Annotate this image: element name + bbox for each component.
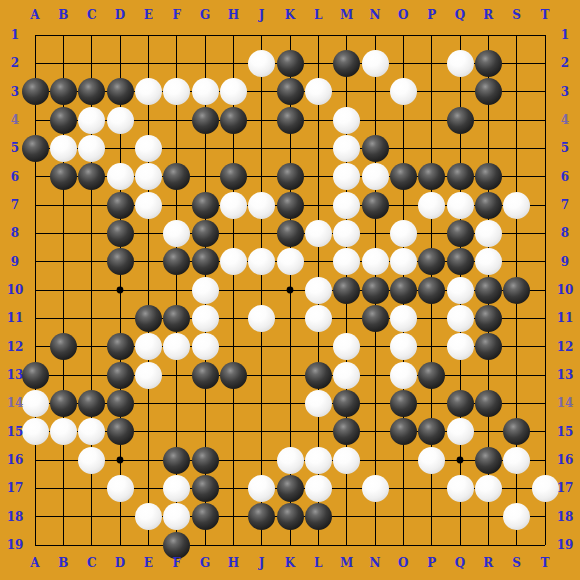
stone-black	[333, 277, 360, 304]
column-label-top: Q	[447, 8, 473, 22]
row-label-left: 13	[2, 368, 28, 382]
column-label-bottom: B	[50, 556, 76, 570]
stone-white	[305, 277, 332, 304]
column-label-bottom: J	[249, 556, 275, 570]
stone-black	[362, 277, 389, 304]
row-label-left: 1	[2, 28, 28, 42]
stone-white	[305, 390, 332, 417]
stone-black	[362, 305, 389, 332]
stone-black	[50, 78, 77, 105]
stone-white	[333, 135, 360, 162]
stone-black	[192, 475, 219, 502]
stone-white	[192, 78, 219, 105]
stone-white	[135, 78, 162, 105]
column-label-bottom: R	[475, 556, 501, 570]
stone-white	[333, 107, 360, 134]
column-label-top: H	[220, 8, 246, 22]
stone-white	[475, 248, 502, 275]
stone-black	[475, 50, 502, 77]
column-label-bottom: P	[419, 556, 445, 570]
stone-white	[447, 475, 474, 502]
stone-black	[390, 390, 417, 417]
column-label-bottom: K	[277, 556, 303, 570]
column-label-top: R	[475, 8, 501, 22]
stone-black	[475, 390, 502, 417]
column-label-bottom: E	[135, 556, 161, 570]
stone-white	[135, 333, 162, 360]
row-label-right: 7	[552, 198, 578, 212]
row-label-right: 3	[552, 85, 578, 99]
stone-white	[390, 78, 417, 105]
stone-white	[333, 192, 360, 219]
stone-white	[333, 220, 360, 247]
row-label-left: 5	[2, 141, 28, 155]
column-label-top: C	[79, 8, 105, 22]
stone-black	[192, 503, 219, 530]
stone-white	[447, 305, 474, 332]
column-label-bottom: Q	[447, 556, 473, 570]
stone-black	[333, 50, 360, 77]
stone-white	[447, 50, 474, 77]
stone-white	[107, 163, 134, 190]
stone-black	[305, 362, 332, 389]
row-label-right: 14	[552, 396, 578, 410]
star-point	[117, 457, 124, 464]
stone-black	[107, 390, 134, 417]
row-label-right: 15	[552, 425, 578, 439]
stone-white	[362, 163, 389, 190]
stone-white	[305, 220, 332, 247]
stone-white	[475, 220, 502, 247]
column-label-bottom: H	[220, 556, 246, 570]
row-label-left: 4	[2, 113, 28, 127]
stone-white	[475, 475, 502, 502]
row-label-right: 10	[552, 283, 578, 297]
column-label-top: M	[334, 8, 360, 22]
stone-white	[503, 192, 530, 219]
stone-black	[220, 107, 247, 134]
stone-white	[163, 220, 190, 247]
stone-black	[447, 107, 474, 134]
stone-black	[277, 50, 304, 77]
stone-white	[78, 135, 105, 162]
stone-black	[305, 503, 332, 530]
stone-white	[362, 475, 389, 502]
stone-white	[305, 305, 332, 332]
column-label-top: E	[135, 8, 161, 22]
stone-white	[50, 418, 77, 445]
column-label-top: J	[249, 8, 275, 22]
column-label-top: T	[532, 8, 558, 22]
row-label-right: 11	[552, 311, 578, 325]
stone-black	[192, 447, 219, 474]
column-label-top: F	[164, 8, 190, 22]
stone-black	[277, 107, 304, 134]
row-label-left: 9	[2, 255, 28, 269]
stone-black	[192, 107, 219, 134]
stone-white	[192, 333, 219, 360]
stone-white	[333, 362, 360, 389]
stone-black	[475, 277, 502, 304]
column-label-bottom: L	[305, 556, 331, 570]
stone-black	[475, 447, 502, 474]
row-label-left: 19	[2, 538, 28, 552]
stone-black	[503, 277, 530, 304]
stone-white	[220, 78, 247, 105]
column-label-bottom: A	[22, 556, 48, 570]
stone-black	[475, 305, 502, 332]
stone-black	[50, 333, 77, 360]
row-label-right: 17	[552, 481, 578, 495]
stone-white	[248, 475, 275, 502]
row-label-right: 6	[552, 170, 578, 184]
stone-black	[107, 220, 134, 247]
stone-white	[248, 50, 275, 77]
row-label-left: 12	[2, 340, 28, 354]
stone-white	[135, 192, 162, 219]
stone-white	[447, 418, 474, 445]
stone-black	[192, 362, 219, 389]
stone-white	[447, 277, 474, 304]
stone-black	[475, 163, 502, 190]
row-label-left: 18	[2, 510, 28, 524]
column-label-top: O	[390, 8, 416, 22]
stone-white	[135, 163, 162, 190]
stone-black	[135, 305, 162, 332]
stone-black	[107, 333, 134, 360]
stone-black	[50, 163, 77, 190]
row-label-left: 3	[2, 85, 28, 99]
stone-black	[277, 192, 304, 219]
stone-white	[107, 475, 134, 502]
stone-white	[163, 475, 190, 502]
column-label-bottom: S	[504, 556, 530, 570]
stone-white	[447, 333, 474, 360]
stone-black	[390, 277, 417, 304]
column-label-bottom: G	[192, 556, 218, 570]
row-label-left: 16	[2, 453, 28, 467]
row-label-right: 16	[552, 453, 578, 467]
row-label-right: 18	[552, 510, 578, 524]
stone-black	[220, 362, 247, 389]
row-label-left: 7	[2, 198, 28, 212]
column-label-bottom: C	[79, 556, 105, 570]
column-label-top: S	[504, 8, 530, 22]
star-point	[287, 287, 294, 294]
stone-black	[447, 248, 474, 275]
column-label-bottom: N	[362, 556, 388, 570]
row-label-left: 14	[2, 396, 28, 410]
stone-white	[418, 192, 445, 219]
row-label-left: 10	[2, 283, 28, 297]
stone-black	[475, 333, 502, 360]
row-label-right: 13	[552, 368, 578, 382]
stone-white	[390, 333, 417, 360]
stone-black	[192, 220, 219, 247]
stone-black	[78, 390, 105, 417]
stone-black	[277, 163, 304, 190]
row-label-right: 12	[552, 340, 578, 354]
row-label-right: 8	[552, 226, 578, 240]
row-label-left: 6	[2, 170, 28, 184]
stone-white	[418, 447, 445, 474]
stone-black	[362, 192, 389, 219]
stone-black	[362, 135, 389, 162]
stone-black	[107, 78, 134, 105]
column-label-top: N	[362, 8, 388, 22]
stone-white	[248, 192, 275, 219]
column-label-bottom: F	[164, 556, 190, 570]
column-label-top: B	[50, 8, 76, 22]
stone-white	[220, 192, 247, 219]
stone-white	[390, 220, 417, 247]
stone-white	[248, 305, 275, 332]
stone-black	[50, 390, 77, 417]
column-label-top: K	[277, 8, 303, 22]
stone-white	[135, 135, 162, 162]
stone-white	[220, 248, 247, 275]
row-label-right: 4	[552, 113, 578, 127]
stone-white	[107, 107, 134, 134]
stone-black	[220, 163, 247, 190]
row-label-right: 5	[552, 141, 578, 155]
column-label-bottom: T	[532, 556, 558, 570]
stone-black	[333, 390, 360, 417]
star-point	[457, 457, 464, 464]
stone-black	[475, 192, 502, 219]
column-label-top: G	[192, 8, 218, 22]
stone-white	[78, 447, 105, 474]
stone-black	[163, 447, 190, 474]
row-label-left: 15	[2, 425, 28, 439]
stone-white	[192, 305, 219, 332]
column-label-top: A	[22, 8, 48, 22]
stone-black	[418, 277, 445, 304]
stone-white	[390, 248, 417, 275]
stone-white	[390, 362, 417, 389]
stone-white	[135, 503, 162, 530]
row-label-left: 17	[2, 481, 28, 495]
stone-black	[447, 163, 474, 190]
stone-black	[277, 503, 304, 530]
stone-black	[107, 362, 134, 389]
stone-black	[107, 248, 134, 275]
column-label-bottom: O	[390, 556, 416, 570]
row-label-left: 2	[2, 56, 28, 70]
stone-black	[163, 305, 190, 332]
stone-white	[135, 362, 162, 389]
stone-black	[418, 362, 445, 389]
stone-black	[192, 248, 219, 275]
stone-black	[277, 475, 304, 502]
stone-white	[50, 135, 77, 162]
column-label-top: L	[305, 8, 331, 22]
stone-white	[305, 447, 332, 474]
stone-white	[390, 305, 417, 332]
stone-black	[107, 418, 134, 445]
row-label-left: 11	[2, 311, 28, 325]
stone-white	[78, 107, 105, 134]
column-label-top: D	[107, 8, 133, 22]
stone-white	[305, 475, 332, 502]
row-label-right: 1	[552, 28, 578, 42]
stone-white	[362, 50, 389, 77]
stone-black	[390, 418, 417, 445]
column-label-bottom: D	[107, 556, 133, 570]
row-label-right: 19	[552, 538, 578, 552]
row-label-right: 9	[552, 255, 578, 269]
stone-black	[163, 532, 190, 559]
stone-white	[277, 248, 304, 275]
stone-white	[362, 248, 389, 275]
stone-white	[305, 78, 332, 105]
row-label-right: 2	[552, 56, 578, 70]
stone-black	[50, 107, 77, 134]
stone-white	[447, 192, 474, 219]
stone-black	[447, 220, 474, 247]
stone-white	[503, 447, 530, 474]
stone-black	[447, 390, 474, 417]
stone-black	[277, 78, 304, 105]
row-label-left: 8	[2, 226, 28, 240]
column-label-top: P	[419, 8, 445, 22]
column-label-bottom: M	[334, 556, 360, 570]
stone-white	[333, 447, 360, 474]
stone-black	[390, 163, 417, 190]
stone-white	[277, 447, 304, 474]
stone-white	[192, 277, 219, 304]
stone-black	[277, 220, 304, 247]
star-point	[117, 287, 124, 294]
stone-black	[192, 192, 219, 219]
go-board-screen: AABBCCDDEEFFGGHHJJKKLLMMNNOOPPQQRRSSTT11…	[0, 0, 580, 580]
stone-black	[475, 78, 502, 105]
stone-black	[107, 192, 134, 219]
